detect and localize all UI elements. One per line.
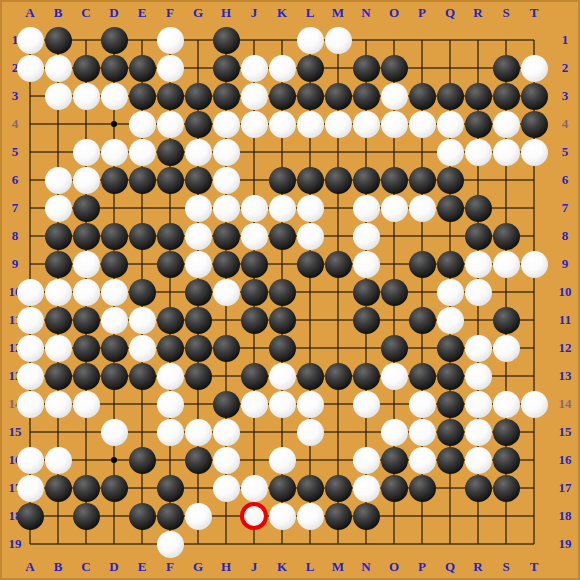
intersection-A9[interactable] (16, 250, 44, 278)
intersection-J16[interactable] (240, 446, 268, 474)
intersection-Q3[interactable] (436, 82, 464, 110)
intersection-C5[interactable] (72, 138, 100, 166)
intersection-L4[interactable] (296, 110, 324, 138)
intersection-G16[interactable] (184, 446, 212, 474)
intersection-H5[interactable] (212, 138, 240, 166)
intersection-K4[interactable] (268, 110, 296, 138)
intersection-J15[interactable] (240, 418, 268, 446)
intersection-D11[interactable] (100, 306, 128, 334)
intersection-J9[interactable] (240, 250, 268, 278)
intersection-K16[interactable] (268, 446, 296, 474)
intersection-D15[interactable] (100, 418, 128, 446)
intersection-C12[interactable] (72, 334, 100, 362)
intersection-P5[interactable] (408, 138, 436, 166)
intersection-N10[interactable] (352, 278, 380, 306)
intersection-A1[interactable] (16, 26, 44, 54)
intersection-S8[interactable] (492, 222, 520, 250)
intersection-A11[interactable] (16, 306, 44, 334)
intersection-T8[interactable] (520, 222, 548, 250)
intersection-P19[interactable] (408, 530, 436, 558)
intersection-L1[interactable] (296, 26, 324, 54)
intersection-A7[interactable] (16, 194, 44, 222)
intersection-L15[interactable] (296, 418, 324, 446)
intersection-O16[interactable] (380, 446, 408, 474)
intersection-M11[interactable] (324, 306, 352, 334)
intersection-F9[interactable] (156, 250, 184, 278)
intersection-A3[interactable] (16, 82, 44, 110)
intersection-O14[interactable] (380, 390, 408, 418)
intersection-G15[interactable] (184, 418, 212, 446)
intersection-C19[interactable] (72, 530, 100, 558)
intersection-K12[interactable] (268, 334, 296, 362)
intersection-M17[interactable] (324, 474, 352, 502)
intersection-A5[interactable] (16, 138, 44, 166)
intersection-J2[interactable] (240, 54, 268, 82)
intersection-J3[interactable] (240, 82, 268, 110)
intersection-T5[interactable] (520, 138, 548, 166)
intersection-Q5[interactable] (436, 138, 464, 166)
intersection-K3[interactable] (268, 82, 296, 110)
intersection-Q8[interactable] (436, 222, 464, 250)
intersection-M5[interactable] (324, 138, 352, 166)
intersection-E2[interactable] (128, 54, 156, 82)
intersection-G10[interactable] (184, 278, 212, 306)
intersection-E10[interactable] (128, 278, 156, 306)
intersection-A17[interactable] (16, 474, 44, 502)
intersection-M18[interactable] (324, 502, 352, 530)
intersection-J18[interactable] (240, 502, 268, 530)
intersection-E6[interactable] (128, 166, 156, 194)
intersection-G9[interactable] (184, 250, 212, 278)
intersection-N14[interactable] (352, 390, 380, 418)
intersection-L8[interactable] (296, 222, 324, 250)
intersection-E5[interactable] (128, 138, 156, 166)
intersection-R9[interactable] (464, 250, 492, 278)
intersection-C1[interactable] (72, 26, 100, 54)
intersection-E14[interactable] (128, 390, 156, 418)
intersection-G7[interactable] (184, 194, 212, 222)
intersection-B16[interactable] (44, 446, 72, 474)
intersection-E17[interactable] (128, 474, 156, 502)
intersection-Q4[interactable] (436, 110, 464, 138)
intersection-L18[interactable] (296, 502, 324, 530)
intersection-M10[interactable] (324, 278, 352, 306)
intersection-E4[interactable] (128, 110, 156, 138)
intersection-Q16[interactable] (436, 446, 464, 474)
intersection-S2[interactable] (492, 54, 520, 82)
intersection-R15[interactable] (464, 418, 492, 446)
intersection-R17[interactable] (464, 474, 492, 502)
intersection-S15[interactable] (492, 418, 520, 446)
intersection-R13[interactable] (464, 362, 492, 390)
intersection-T19[interactable] (520, 530, 548, 558)
intersection-Q11[interactable] (436, 306, 464, 334)
intersection-C8[interactable] (72, 222, 100, 250)
intersection-F8[interactable] (156, 222, 184, 250)
intersection-E12[interactable] (128, 334, 156, 362)
intersection-D17[interactable] (100, 474, 128, 502)
go-board[interactable]: AABBCCDDEEFFGGHHJJKKLLMMNNOOPPQQRRSSTT11… (0, 0, 580, 580)
intersection-B7[interactable] (44, 194, 72, 222)
intersection-B12[interactable] (44, 334, 72, 362)
intersection-N6[interactable] (352, 166, 380, 194)
intersection-K2[interactable] (268, 54, 296, 82)
intersection-H1[interactable] (212, 26, 240, 54)
intersection-E11[interactable] (128, 306, 156, 334)
intersection-D9[interactable] (100, 250, 128, 278)
intersection-M7[interactable] (324, 194, 352, 222)
intersection-H3[interactable] (212, 82, 240, 110)
intersection-J1[interactable] (240, 26, 268, 54)
intersection-K1[interactable] (268, 26, 296, 54)
intersection-S18[interactable] (492, 502, 520, 530)
intersection-B14[interactable] (44, 390, 72, 418)
intersection-B19[interactable] (44, 530, 72, 558)
intersection-B15[interactable] (44, 418, 72, 446)
intersection-O1[interactable] (380, 26, 408, 54)
intersection-R16[interactable] (464, 446, 492, 474)
intersection-D1[interactable] (100, 26, 128, 54)
intersection-O8[interactable] (380, 222, 408, 250)
intersection-J4[interactable] (240, 110, 268, 138)
intersection-C13[interactable] (72, 362, 100, 390)
intersection-D8[interactable] (100, 222, 128, 250)
intersection-R3[interactable] (464, 82, 492, 110)
intersection-D19[interactable] (100, 530, 128, 558)
intersection-B17[interactable] (44, 474, 72, 502)
intersection-J8[interactable] (240, 222, 268, 250)
intersection-H2[interactable] (212, 54, 240, 82)
intersection-S4[interactable] (492, 110, 520, 138)
intersection-R12[interactable] (464, 334, 492, 362)
intersection-F19[interactable] (156, 530, 184, 558)
intersection-F5[interactable] (156, 138, 184, 166)
intersection-D14[interactable] (100, 390, 128, 418)
intersection-D13[interactable] (100, 362, 128, 390)
intersection-B18[interactable] (44, 502, 72, 530)
intersection-P4[interactable] (408, 110, 436, 138)
intersection-T13[interactable] (520, 362, 548, 390)
intersection-P13[interactable] (408, 362, 436, 390)
intersection-G6[interactable] (184, 166, 212, 194)
intersection-H15[interactable] (212, 418, 240, 446)
intersection-E18[interactable] (128, 502, 156, 530)
intersection-J11[interactable] (240, 306, 268, 334)
intersection-S11[interactable] (492, 306, 520, 334)
intersection-C7[interactable] (72, 194, 100, 222)
intersection-F17[interactable] (156, 474, 184, 502)
intersection-M3[interactable] (324, 82, 352, 110)
intersection-F3[interactable] (156, 82, 184, 110)
intersection-L7[interactable] (296, 194, 324, 222)
intersection-G18[interactable] (184, 502, 212, 530)
intersection-H4[interactable] (212, 110, 240, 138)
intersection-M14[interactable] (324, 390, 352, 418)
intersection-D4[interactable] (100, 110, 128, 138)
intersection-F16[interactable] (156, 446, 184, 474)
intersection-H11[interactable] (212, 306, 240, 334)
intersection-A18[interactable] (16, 502, 44, 530)
intersection-D3[interactable] (100, 82, 128, 110)
intersection-O15[interactable] (380, 418, 408, 446)
intersection-N5[interactable] (352, 138, 380, 166)
intersection-H18[interactable] (212, 502, 240, 530)
intersection-S14[interactable] (492, 390, 520, 418)
intersection-R7[interactable] (464, 194, 492, 222)
intersection-H6[interactable] (212, 166, 240, 194)
intersection-Q13[interactable] (436, 362, 464, 390)
intersection-T10[interactable] (520, 278, 548, 306)
intersection-T2[interactable] (520, 54, 548, 82)
intersection-G1[interactable] (184, 26, 212, 54)
intersection-P11[interactable] (408, 306, 436, 334)
intersection-Q7[interactable] (436, 194, 464, 222)
intersection-L11[interactable] (296, 306, 324, 334)
intersection-P3[interactable] (408, 82, 436, 110)
intersection-Q17[interactable] (436, 474, 464, 502)
intersection-G12[interactable] (184, 334, 212, 362)
intersection-S1[interactable] (492, 26, 520, 54)
intersection-T18[interactable] (520, 502, 548, 530)
intersection-P7[interactable] (408, 194, 436, 222)
intersection-J12[interactable] (240, 334, 268, 362)
intersection-S10[interactable] (492, 278, 520, 306)
intersection-L16[interactable] (296, 446, 324, 474)
intersection-C9[interactable] (72, 250, 100, 278)
intersection-M2[interactable] (324, 54, 352, 82)
intersection-T12[interactable] (520, 334, 548, 362)
intersection-M13[interactable] (324, 362, 352, 390)
intersection-F4[interactable] (156, 110, 184, 138)
intersection-F2[interactable] (156, 54, 184, 82)
intersection-S5[interactable] (492, 138, 520, 166)
intersection-J5[interactable] (240, 138, 268, 166)
intersection-L2[interactable] (296, 54, 324, 82)
intersection-T16[interactable] (520, 446, 548, 474)
intersection-L6[interactable] (296, 166, 324, 194)
intersection-A16[interactable] (16, 446, 44, 474)
intersection-K11[interactable] (268, 306, 296, 334)
intersection-N4[interactable] (352, 110, 380, 138)
intersection-B2[interactable] (44, 54, 72, 82)
intersection-C18[interactable] (72, 502, 100, 530)
intersection-F15[interactable] (156, 418, 184, 446)
intersection-B3[interactable] (44, 82, 72, 110)
intersection-Q15[interactable] (436, 418, 464, 446)
intersection-F12[interactable] (156, 334, 184, 362)
intersection-P6[interactable] (408, 166, 436, 194)
intersection-Q19[interactable] (436, 530, 464, 558)
intersection-L13[interactable] (296, 362, 324, 390)
intersection-P18[interactable] (408, 502, 436, 530)
intersection-N17[interactable] (352, 474, 380, 502)
intersection-R5[interactable] (464, 138, 492, 166)
intersection-C2[interactable] (72, 54, 100, 82)
intersection-N18[interactable] (352, 502, 380, 530)
intersection-G8[interactable] (184, 222, 212, 250)
intersection-J19[interactable] (240, 530, 268, 558)
intersection-D5[interactable] (100, 138, 128, 166)
intersection-S12[interactable] (492, 334, 520, 362)
intersection-J17[interactable] (240, 474, 268, 502)
intersection-O3[interactable] (380, 82, 408, 110)
intersection-A15[interactable] (16, 418, 44, 446)
intersection-T6[interactable] (520, 166, 548, 194)
intersection-N7[interactable] (352, 194, 380, 222)
intersection-O19[interactable] (380, 530, 408, 558)
intersection-R18[interactable] (464, 502, 492, 530)
intersection-N11[interactable] (352, 306, 380, 334)
intersection-L3[interactable] (296, 82, 324, 110)
intersection-D6[interactable] (100, 166, 128, 194)
intersection-O10[interactable] (380, 278, 408, 306)
intersection-N9[interactable] (352, 250, 380, 278)
intersection-D18[interactable] (100, 502, 128, 530)
intersection-B1[interactable] (44, 26, 72, 54)
intersection-K5[interactable] (268, 138, 296, 166)
intersection-F18[interactable] (156, 502, 184, 530)
intersection-S17[interactable] (492, 474, 520, 502)
intersection-P1[interactable] (408, 26, 436, 54)
intersection-C17[interactable] (72, 474, 100, 502)
intersection-S16[interactable] (492, 446, 520, 474)
intersection-A4[interactable] (16, 110, 44, 138)
intersection-T4[interactable] (520, 110, 548, 138)
intersection-F6[interactable] (156, 166, 184, 194)
intersection-R10[interactable] (464, 278, 492, 306)
intersection-N19[interactable] (352, 530, 380, 558)
intersection-L10[interactable] (296, 278, 324, 306)
intersection-J14[interactable] (240, 390, 268, 418)
intersection-D10[interactable] (100, 278, 128, 306)
intersection-H14[interactable] (212, 390, 240, 418)
intersection-E7[interactable] (128, 194, 156, 222)
intersection-C6[interactable] (72, 166, 100, 194)
intersection-C16[interactable] (72, 446, 100, 474)
intersection-J13[interactable] (240, 362, 268, 390)
intersection-F14[interactable] (156, 390, 184, 418)
intersection-E15[interactable] (128, 418, 156, 446)
intersection-O4[interactable] (380, 110, 408, 138)
intersection-G4[interactable] (184, 110, 212, 138)
intersection-C11[interactable] (72, 306, 100, 334)
intersection-P2[interactable] (408, 54, 436, 82)
intersection-E9[interactable] (128, 250, 156, 278)
intersection-E3[interactable] (128, 82, 156, 110)
intersection-D2[interactable] (100, 54, 128, 82)
intersection-N15[interactable] (352, 418, 380, 446)
intersection-S19[interactable] (492, 530, 520, 558)
intersection-B13[interactable] (44, 362, 72, 390)
intersection-G5[interactable] (184, 138, 212, 166)
intersection-O9[interactable] (380, 250, 408, 278)
intersection-H16[interactable] (212, 446, 240, 474)
intersection-O13[interactable] (380, 362, 408, 390)
intersection-C4[interactable] (72, 110, 100, 138)
intersection-K7[interactable] (268, 194, 296, 222)
intersection-G17[interactable] (184, 474, 212, 502)
intersection-S9[interactable] (492, 250, 520, 278)
intersection-E13[interactable] (128, 362, 156, 390)
intersection-L14[interactable] (296, 390, 324, 418)
intersection-K9[interactable] (268, 250, 296, 278)
intersection-K10[interactable] (268, 278, 296, 306)
intersection-T11[interactable] (520, 306, 548, 334)
intersection-M1[interactable] (324, 26, 352, 54)
intersection-F13[interactable] (156, 362, 184, 390)
intersection-Q18[interactable] (436, 502, 464, 530)
intersection-N3[interactable] (352, 82, 380, 110)
intersection-P14[interactable] (408, 390, 436, 418)
intersection-P16[interactable] (408, 446, 436, 474)
intersection-H7[interactable] (212, 194, 240, 222)
intersection-M8[interactable] (324, 222, 352, 250)
intersection-R19[interactable] (464, 530, 492, 558)
intersection-K13[interactable] (268, 362, 296, 390)
intersection-G2[interactable] (184, 54, 212, 82)
intersection-C14[interactable] (72, 390, 100, 418)
intersection-E1[interactable] (128, 26, 156, 54)
intersection-R1[interactable] (464, 26, 492, 54)
intersection-E8[interactable] (128, 222, 156, 250)
intersection-D12[interactable] (100, 334, 128, 362)
intersection-C10[interactable] (72, 278, 100, 306)
intersection-O12[interactable] (380, 334, 408, 362)
intersection-K19[interactable] (268, 530, 296, 558)
intersection-N2[interactable] (352, 54, 380, 82)
intersection-H13[interactable] (212, 362, 240, 390)
intersection-T15[interactable] (520, 418, 548, 446)
intersection-B4[interactable] (44, 110, 72, 138)
intersection-P15[interactable] (408, 418, 436, 446)
intersection-L12[interactable] (296, 334, 324, 362)
intersection-Q1[interactable] (436, 26, 464, 54)
intersection-B10[interactable] (44, 278, 72, 306)
intersection-N8[interactable] (352, 222, 380, 250)
intersection-N1[interactable] (352, 26, 380, 54)
intersection-K17[interactable] (268, 474, 296, 502)
intersection-A14[interactable] (16, 390, 44, 418)
intersection-M16[interactable] (324, 446, 352, 474)
intersection-C15[interactable] (72, 418, 100, 446)
intersection-M9[interactable] (324, 250, 352, 278)
intersection-Q14[interactable] (436, 390, 464, 418)
intersection-M4[interactable] (324, 110, 352, 138)
intersection-J7[interactable] (240, 194, 268, 222)
intersection-M12[interactable] (324, 334, 352, 362)
intersection-B5[interactable] (44, 138, 72, 166)
intersection-R11[interactable] (464, 306, 492, 334)
intersection-K6[interactable] (268, 166, 296, 194)
intersection-P10[interactable] (408, 278, 436, 306)
intersection-T7[interactable] (520, 194, 548, 222)
intersection-A13[interactable] (16, 362, 44, 390)
intersection-D16[interactable] (100, 446, 128, 474)
intersection-M15[interactable] (324, 418, 352, 446)
intersection-T9[interactable] (520, 250, 548, 278)
intersection-G13[interactable] (184, 362, 212, 390)
intersection-H10[interactable] (212, 278, 240, 306)
intersection-O18[interactable] (380, 502, 408, 530)
intersection-B9[interactable] (44, 250, 72, 278)
intersection-F10[interactable] (156, 278, 184, 306)
intersection-F7[interactable] (156, 194, 184, 222)
intersection-K18[interactable] (268, 502, 296, 530)
intersection-H17[interactable] (212, 474, 240, 502)
intersection-C3[interactable] (72, 82, 100, 110)
intersection-N12[interactable] (352, 334, 380, 362)
intersection-M6[interactable] (324, 166, 352, 194)
